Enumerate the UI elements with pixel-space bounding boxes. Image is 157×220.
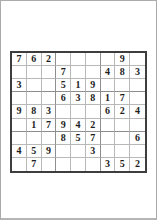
cell-r1c1: 7	[12, 53, 27, 66]
cell-r9c2: 7	[27, 158, 42, 171]
cell-r2c9: 3	[130, 66, 145, 79]
cell-r8c8	[115, 145, 130, 158]
cell-r3c9	[130, 79, 145, 92]
cell-r1c9	[130, 53, 145, 66]
cell-r1c2: 6	[27, 53, 42, 66]
cell-r5c2: 8	[27, 105, 42, 118]
cell-r2c7: 4	[101, 66, 116, 79]
cell-r6c4: 9	[56, 119, 71, 132]
cell-r3c1: 3	[12, 79, 27, 92]
cell-r8c9	[130, 145, 145, 158]
cell-r6c1	[12, 119, 27, 132]
cell-r3c4: 5	[56, 79, 71, 92]
cell-r7c6: 7	[86, 132, 101, 145]
cell-r4c4: 6	[56, 92, 71, 105]
cell-r5c6	[86, 105, 101, 118]
cell-r6c2: 1	[27, 119, 42, 132]
cell-r6c7	[101, 119, 116, 132]
cell-r3c5: 1	[71, 79, 86, 92]
cell-r8c7	[101, 145, 116, 158]
cell-r5c8: 2	[115, 105, 130, 118]
cell-r7c5: 5	[71, 132, 86, 145]
cell-r9c1	[12, 158, 27, 171]
cell-r1c3: 2	[42, 53, 57, 66]
cell-r4c3	[42, 92, 57, 105]
cell-r9c5	[71, 158, 86, 171]
cell-r8c5	[71, 145, 86, 158]
cell-r1c7	[101, 53, 116, 66]
cell-r3c7	[101, 79, 116, 92]
cell-r4c8: 7	[115, 92, 130, 105]
cell-r3c2	[27, 79, 42, 92]
cell-r7c2	[27, 132, 42, 145]
cell-r1c5	[71, 53, 86, 66]
cell-r8c4	[56, 145, 71, 158]
cell-r4c7: 1	[101, 92, 116, 105]
cell-r9c9: 2	[130, 158, 145, 171]
cell-r4c6: 8	[86, 92, 101, 105]
cell-r5c7: 6	[101, 105, 116, 118]
cell-r2c3	[42, 66, 57, 79]
cell-r6c8	[115, 119, 130, 132]
cell-r1c8: 9	[115, 53, 130, 66]
cell-r4c2	[27, 92, 42, 105]
cell-r5c5	[71, 105, 86, 118]
cell-r4c9	[130, 92, 145, 105]
cell-r5c4	[56, 105, 71, 118]
cell-r5c3: 3	[42, 105, 57, 118]
cell-r6c5: 4	[71, 119, 86, 132]
cell-r7c1	[12, 132, 27, 145]
cell-r7c3	[42, 132, 57, 145]
cell-r2c1	[12, 66, 27, 79]
cell-r3c3	[42, 79, 57, 92]
cell-r9c8: 5	[115, 158, 130, 171]
cell-r6c6: 2	[86, 119, 101, 132]
cell-r9c7: 3	[101, 158, 116, 171]
cell-r2c4: 7	[56, 66, 71, 79]
cell-r6c3: 7	[42, 119, 57, 132]
puzzle-page: 7629748335196381798362417942857645937352	[0, 0, 157, 220]
cell-r8c3: 9	[42, 145, 57, 158]
cell-r4c1	[12, 92, 27, 105]
cell-r3c6: 9	[86, 79, 101, 92]
cell-r8c1: 4	[12, 145, 27, 158]
cell-r4c5: 3	[71, 92, 86, 105]
cell-r2c8: 8	[115, 66, 130, 79]
cell-r2c2	[27, 66, 42, 79]
cell-r7c8	[115, 132, 130, 145]
cell-r5c9: 4	[130, 105, 145, 118]
cell-r9c6	[86, 158, 101, 171]
cell-r9c3	[42, 158, 57, 171]
cell-r7c7	[101, 132, 116, 145]
cell-r7c4: 8	[56, 132, 71, 145]
cell-r8c2: 5	[27, 145, 42, 158]
cell-r2c6	[86, 66, 101, 79]
cell-r2c5	[71, 66, 86, 79]
cell-r6c9	[130, 119, 145, 132]
cell-r7c9: 6	[130, 132, 145, 145]
cell-r1c4	[56, 53, 71, 66]
cell-r1c6	[86, 53, 101, 66]
cell-r8c6: 3	[86, 145, 101, 158]
sudoku-board: 7629748335196381798362417942857645937352	[10, 51, 147, 173]
cell-r3c8	[115, 79, 130, 92]
cell-r5c1: 9	[12, 105, 27, 118]
cell-r9c4	[56, 158, 71, 171]
